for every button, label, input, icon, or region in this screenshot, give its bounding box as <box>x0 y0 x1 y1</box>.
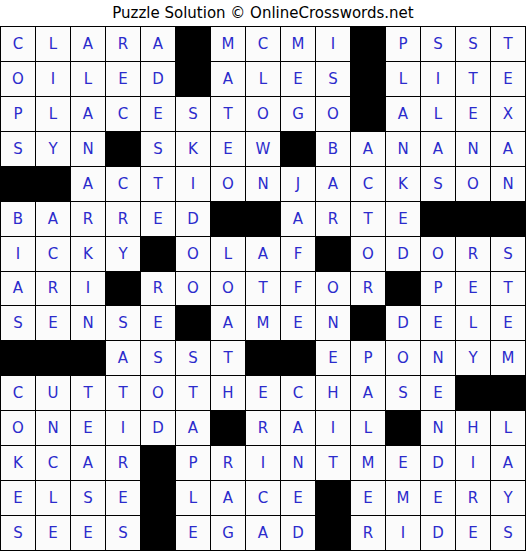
block-cell-r5c1 <box>0 166 35 201</box>
letter-cell-r13c6: P <box>175 445 210 480</box>
letter-cell-r11c1: C <box>0 375 35 410</box>
letter-cell-r6c9: A <box>280 201 315 236</box>
letter-cell-r1c5: A <box>140 26 175 61</box>
letter-cell-r9c9: E <box>280 305 315 340</box>
letter-cell-r13c2: C <box>35 445 70 480</box>
letter-cell-r9c10: N <box>315 305 350 340</box>
letter-cell-r5c15: N <box>490 166 525 201</box>
letter-cell-r9c8: M <box>245 305 280 340</box>
letter-cell-r10c5: S <box>140 340 175 375</box>
letter-cell-r8c11: R <box>350 271 385 306</box>
letter-cell-r15c11: R <box>350 515 385 550</box>
letter-cell-r13c15: A <box>490 445 525 480</box>
letter-cell-r10c4: A <box>105 340 140 375</box>
letter-cell-r15c2: E <box>35 515 70 550</box>
letter-cell-r1c3: A <box>70 26 105 61</box>
letter-cell-r4c2: Y <box>35 131 70 166</box>
letter-cell-r4c13: A <box>420 131 455 166</box>
letter-cell-r5c6: I <box>175 166 210 201</box>
letter-cell-r4c5: S <box>140 131 175 166</box>
letter-cell-r13c13: D <box>420 445 455 480</box>
letter-cell-r5c9: J <box>280 166 315 201</box>
letter-cell-r6c12: E <box>385 201 420 236</box>
letter-cell-r9c13: E <box>420 305 455 340</box>
block-cell-r6c14 <box>455 201 490 236</box>
block-cell-r10c3 <box>70 340 105 375</box>
letter-cell-r12c11: L <box>350 410 385 445</box>
letter-cell-r2c1: O <box>0 61 35 96</box>
block-cell-r6c13 <box>420 201 455 236</box>
letter-cell-r5c14: O <box>455 166 490 201</box>
letter-cell-r5c7: O <box>210 166 245 201</box>
block-cell-r9c6 <box>175 305 210 340</box>
letter-cell-r1c8: C <box>245 26 280 61</box>
block-cell-r1c6 <box>175 26 210 61</box>
letter-cell-r15c4: S <box>105 515 140 550</box>
letter-cell-r8c13: P <box>420 271 455 306</box>
letter-cell-r10c12: O <box>385 340 420 375</box>
letter-cell-r4c15: A <box>490 131 525 166</box>
letter-cell-r11c2: U <box>35 375 70 410</box>
letter-cell-r14c13: E <box>420 480 455 515</box>
letter-cell-r13c10: T <box>315 445 350 480</box>
letter-cell-r12c14: H <box>455 410 490 445</box>
letter-cell-r3c13: L <box>420 96 455 131</box>
letter-cell-r12c2: N <box>35 410 70 445</box>
letter-cell-r7c12: D <box>385 236 420 271</box>
letter-cell-r1c9: M <box>280 26 315 61</box>
letter-cell-r12c9: A <box>280 410 315 445</box>
letter-cell-r8c6: O <box>175 271 210 306</box>
crossword-grid: CLARAMCMIPSSTOILEDALESLITEPLACESTOGOALEX… <box>0 26 526 551</box>
letter-cell-r2c7: A <box>210 61 245 96</box>
letter-cell-r1c2: L <box>35 26 70 61</box>
letter-cell-r9c14: L <box>455 305 490 340</box>
letter-cell-r3c10: O <box>315 96 350 131</box>
letter-cell-r3c7: T <box>210 96 245 131</box>
block-cell-r2c11 <box>350 61 385 96</box>
letter-cell-r11c12: S <box>385 375 420 410</box>
letter-cell-r8c5: R <box>140 271 175 306</box>
letter-cell-r3c8: O <box>245 96 280 131</box>
letter-cell-r2c2: I <box>35 61 70 96</box>
block-cell-r13c5 <box>140 445 175 480</box>
letter-cell-r3c1: P <box>0 96 35 131</box>
letter-cell-r4c6: K <box>175 131 210 166</box>
letter-cell-r7c8: A <box>245 236 280 271</box>
block-cell-r6c15 <box>490 201 525 236</box>
letter-cell-r7c9: F <box>280 236 315 271</box>
letter-cell-r14c1: E <box>0 480 35 515</box>
letter-cell-r8c10: O <box>315 271 350 306</box>
letter-cell-r13c11: M <box>350 445 385 480</box>
block-cell-r10c2 <box>35 340 70 375</box>
letter-cell-r11c7: H <box>210 375 245 410</box>
letter-cell-r12c13: N <box>420 410 455 445</box>
letter-cell-r15c1: S <box>0 515 35 550</box>
letter-cell-r2c12: L <box>385 61 420 96</box>
letter-cell-r1c13: S <box>420 26 455 61</box>
letter-cell-r9c5: E <box>140 305 175 340</box>
letter-cell-r7c7: L <box>210 236 245 271</box>
letter-cell-r15c6: E <box>175 515 210 550</box>
block-cell-r4c4 <box>105 131 140 166</box>
letter-cell-r7c1: I <box>0 236 35 271</box>
letter-cell-r12c6: A <box>175 410 210 445</box>
letter-cell-r5c3: A <box>70 166 105 201</box>
block-cell-r2c6 <box>175 61 210 96</box>
letter-cell-r1c4: R <box>105 26 140 61</box>
letter-cell-r10c15: M <box>490 340 525 375</box>
letter-cell-r4c8: W <box>245 131 280 166</box>
letter-cell-r7c4: Y <box>105 236 140 271</box>
letter-cell-r6c3: R <box>70 201 105 236</box>
crossword-solution-page: Puzzle Solution © OnlineCrosswords.net C… <box>0 0 526 551</box>
letter-cell-r5c4: C <box>105 166 140 201</box>
letter-cell-r2c4: E <box>105 61 140 96</box>
letter-cell-r9c12: D <box>385 305 420 340</box>
letter-cell-r15c13: D <box>420 515 455 550</box>
letter-cell-r3c6: S <box>175 96 210 131</box>
letter-cell-r2c8: L <box>245 61 280 96</box>
block-cell-r12c7 <box>210 410 245 445</box>
letter-cell-r1c12: P <box>385 26 420 61</box>
letter-cell-r8c15: T <box>490 271 525 306</box>
letter-cell-r5c8: N <box>245 166 280 201</box>
letter-cell-r2c5: D <box>140 61 175 96</box>
letter-cell-r11c11: A <box>350 375 385 410</box>
letter-cell-r12c8: R <box>245 410 280 445</box>
letter-cell-r12c15: L <box>490 410 525 445</box>
letter-cell-r13c4: R <box>105 445 140 480</box>
letter-cell-r8c9: F <box>280 271 315 306</box>
letter-cell-r2c9: E <box>280 61 315 96</box>
block-cell-r6c8 <box>245 201 280 236</box>
letter-cell-r5c12: K <box>385 166 420 201</box>
letter-cell-r5c10: A <box>315 166 350 201</box>
letter-cell-r4c1: S <box>0 131 35 166</box>
letter-cell-r10c7: T <box>210 340 245 375</box>
letter-cell-r8c14: E <box>455 271 490 306</box>
page-title: Puzzle Solution © OnlineCrosswords.net <box>112 4 413 22</box>
block-cell-r7c5 <box>140 236 175 271</box>
letter-cell-r11c13: E <box>420 375 455 410</box>
letter-cell-r15c7: G <box>210 515 245 550</box>
letter-cell-r3c9: G <box>280 96 315 131</box>
block-cell-r15c10 <box>315 515 350 550</box>
letter-cell-r14c7: A <box>210 480 245 515</box>
block-cell-r14c10 <box>315 480 350 515</box>
letter-cell-r3c12: A <box>385 96 420 131</box>
letter-cell-r6c4: R <box>105 201 140 236</box>
letter-cell-r4c7: E <box>210 131 245 166</box>
block-cell-r10c9 <box>280 340 315 375</box>
block-cell-r10c8 <box>245 340 280 375</box>
letter-cell-r4c11: A <box>350 131 385 166</box>
letter-cell-r9c7: A <box>210 305 245 340</box>
letter-cell-r14c12: M <box>385 480 420 515</box>
letter-cell-r12c10: I <box>315 410 350 445</box>
letter-cell-r2c10: S <box>315 61 350 96</box>
letter-cell-r10c14: Y <box>455 340 490 375</box>
letter-cell-r8c7: O <box>210 271 245 306</box>
letter-cell-r6c11: T <box>350 201 385 236</box>
block-cell-r14c5 <box>140 480 175 515</box>
letter-cell-r3c5: E <box>140 96 175 131</box>
letter-cell-r11c4: T <box>105 375 140 410</box>
letter-cell-r10c6: S <box>175 340 210 375</box>
letter-cell-r9c3: N <box>70 305 105 340</box>
letter-cell-r13c1: K <box>0 445 35 480</box>
letter-cell-r15c12: I <box>385 515 420 550</box>
block-cell-r12c12 <box>385 410 420 445</box>
letter-cell-r12c1: O <box>0 410 35 445</box>
letter-cell-r14c11: E <box>350 480 385 515</box>
letter-cell-r4c10: B <box>315 131 350 166</box>
letter-cell-r4c12: N <box>385 131 420 166</box>
letter-cell-r15c9: D <box>280 515 315 550</box>
letter-cell-r13c7: R <box>210 445 245 480</box>
block-cell-r11c14 <box>455 375 490 410</box>
letter-cell-r11c8: E <box>245 375 280 410</box>
letter-cell-r14c2: L <box>35 480 70 515</box>
letter-cell-r14c9: E <box>280 480 315 515</box>
letter-cell-r11c5: O <box>140 375 175 410</box>
letter-cell-r7c3: K <box>70 236 105 271</box>
letter-cell-r12c5: D <box>140 410 175 445</box>
letter-cell-r7c13: O <box>420 236 455 271</box>
letter-cell-r3c3: A <box>70 96 105 131</box>
letter-cell-r14c4: E <box>105 480 140 515</box>
letter-cell-r11c9: C <box>280 375 315 410</box>
letter-cell-r3c2: L <box>35 96 70 131</box>
letter-cell-r10c10: E <box>315 340 350 375</box>
letter-cell-r1c1: C <box>0 26 35 61</box>
letter-cell-r1c14: S <box>455 26 490 61</box>
block-cell-r4c9 <box>280 131 315 166</box>
letter-cell-r15c8: A <box>245 515 280 550</box>
block-cell-r5c2 <box>35 166 70 201</box>
letter-cell-r7c11: O <box>350 236 385 271</box>
letter-cell-r6c6: D <box>175 201 210 236</box>
letter-cell-r14c14: R <box>455 480 490 515</box>
letter-cell-r2c13: I <box>420 61 455 96</box>
block-cell-r10c1 <box>0 340 35 375</box>
letter-cell-r4c14: N <box>455 131 490 166</box>
letter-cell-r13c9: N <box>280 445 315 480</box>
letter-cell-r7c2: C <box>35 236 70 271</box>
letter-cell-r2c3: L <box>70 61 105 96</box>
letter-cell-r9c4: S <box>105 305 140 340</box>
letter-cell-r14c15: Y <box>490 480 525 515</box>
letter-cell-r3c15: X <box>490 96 525 131</box>
block-cell-r3c11 <box>350 96 385 131</box>
block-cell-r9c11 <box>350 305 385 340</box>
letter-cell-r15c14: E <box>455 515 490 550</box>
letter-cell-r1c7: M <box>210 26 245 61</box>
letter-cell-r5c11: C <box>350 166 385 201</box>
block-cell-r8c4 <box>105 271 140 306</box>
block-cell-r15c5 <box>140 515 175 550</box>
title-bar: Puzzle Solution © OnlineCrosswords.net <box>0 0 526 26</box>
letter-cell-r8c1: A <box>0 271 35 306</box>
letter-cell-r6c5: E <box>140 201 175 236</box>
block-cell-r7c10 <box>315 236 350 271</box>
letter-cell-r14c6: L <box>175 480 210 515</box>
block-cell-r1c11 <box>350 26 385 61</box>
letter-cell-r6c1: B <box>0 201 35 236</box>
letter-cell-r9c15: E <box>490 305 525 340</box>
letter-cell-r10c13: N <box>420 340 455 375</box>
letter-cell-r6c10: R <box>315 201 350 236</box>
letter-cell-r7c6: O <box>175 236 210 271</box>
letter-cell-r3c14: E <box>455 96 490 131</box>
letter-cell-r2c14: T <box>455 61 490 96</box>
letter-cell-r13c8: I <box>245 445 280 480</box>
letter-cell-r2c15: E <box>490 61 525 96</box>
letter-cell-r5c13: S <box>420 166 455 201</box>
letter-cell-r13c3: A <box>70 445 105 480</box>
block-cell-r8c12 <box>385 271 420 306</box>
letter-cell-r9c2: E <box>35 305 70 340</box>
letter-cell-r15c3: E <box>70 515 105 550</box>
letter-cell-r4c3: N <box>70 131 105 166</box>
letter-cell-r10c11: P <box>350 340 385 375</box>
letter-cell-r11c6: T <box>175 375 210 410</box>
letter-cell-r14c3: S <box>70 480 105 515</box>
letter-cell-r5c5: T <box>140 166 175 201</box>
letter-cell-r6c2: A <box>35 201 70 236</box>
letter-cell-r13c12: E <box>385 445 420 480</box>
letter-cell-r1c15: T <box>490 26 525 61</box>
letter-cell-r12c4: I <box>105 410 140 445</box>
block-cell-r6c7 <box>210 201 245 236</box>
letter-cell-r15c15: S <box>490 515 525 550</box>
letter-cell-r3c4: C <box>105 96 140 131</box>
letter-cell-r13c14: I <box>455 445 490 480</box>
letter-cell-r11c3: T <box>70 375 105 410</box>
letter-cell-r8c3: I <box>70 271 105 306</box>
letter-cell-r7c15: S <box>490 236 525 271</box>
letter-cell-r11c10: H <box>315 375 350 410</box>
letter-cell-r12c3: E <box>70 410 105 445</box>
letter-cell-r7c14: R <box>455 236 490 271</box>
letter-cell-r8c2: R <box>35 271 70 306</box>
letter-cell-r1c10: I <box>315 26 350 61</box>
letter-cell-r9c1: S <box>0 305 35 340</box>
letter-cell-r14c8: C <box>245 480 280 515</box>
block-cell-r11c15 <box>490 375 525 410</box>
letter-cell-r8c8: T <box>245 271 280 306</box>
